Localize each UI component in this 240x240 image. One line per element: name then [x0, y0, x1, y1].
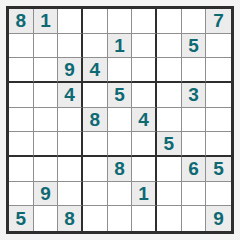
cell-r2c6[interactable] — [132, 34, 157, 59]
cell-r7c3[interactable] — [58, 157, 83, 182]
cell-r1c8[interactable] — [182, 9, 207, 34]
cell-r2c3[interactable] — [58, 34, 83, 59]
cell-r1c6[interactable] — [132, 9, 157, 34]
cell-r1c5[interactable] — [108, 9, 133, 34]
cell-r9c3[interactable]: 8 — [58, 206, 83, 231]
cell-r1c1[interactable]: 8 — [9, 9, 34, 34]
cell-r8c2[interactable]: 9 — [34, 182, 59, 207]
cell-r3c1[interactable] — [9, 58, 34, 83]
cell-r2c2[interactable] — [34, 34, 59, 59]
cell-r6c7[interactable]: 5 — [157, 132, 182, 157]
cell-r6c5[interactable] — [108, 132, 133, 157]
cell-r4c6[interactable] — [132, 83, 157, 108]
cell-r8c4[interactable] — [83, 182, 108, 207]
cell-r5c5[interactable] — [108, 108, 133, 133]
cell-r3c4[interactable]: 4 — [83, 58, 108, 83]
cell-r4c5[interactable]: 5 — [108, 83, 133, 108]
cell-r2c7[interactable] — [157, 34, 182, 59]
cell-r2c8[interactable]: 5 — [182, 34, 207, 59]
cell-r7c6[interactable] — [132, 157, 157, 182]
cell-r4c9[interactable] — [206, 83, 231, 108]
cell-r1c2[interactable]: 1 — [34, 9, 59, 34]
cell-r9c2[interactable] — [34, 206, 59, 231]
cell-r4c8[interactable]: 3 — [182, 83, 207, 108]
cell-r3c6[interactable] — [132, 58, 157, 83]
cell-r9c6[interactable] — [132, 206, 157, 231]
cell-r8c3[interactable] — [58, 182, 83, 207]
cell-r8c9[interactable] — [206, 182, 231, 207]
cell-r4c2[interactable] — [34, 83, 59, 108]
sudoku-board: 817159445384586591589 — [6, 6, 234, 234]
cell-r1c3[interactable] — [58, 9, 83, 34]
cell-r6c2[interactable] — [34, 132, 59, 157]
cell-r6c4[interactable] — [83, 132, 108, 157]
cell-r7c5[interactable]: 8 — [108, 157, 133, 182]
cell-r8c1[interactable] — [9, 182, 34, 207]
cell-r3c2[interactable] — [34, 58, 59, 83]
cell-r3c9[interactable] — [206, 58, 231, 83]
cell-r4c7[interactable] — [157, 83, 182, 108]
cell-r2c9[interactable] — [206, 34, 231, 59]
cell-r9c5[interactable] — [108, 206, 133, 231]
cell-r5c3[interactable] — [58, 108, 83, 133]
cell-r7c1[interactable] — [9, 157, 34, 182]
cell-r5c7[interactable] — [157, 108, 182, 133]
cell-r9c8[interactable] — [182, 206, 207, 231]
cell-r3c3[interactable]: 9 — [58, 58, 83, 83]
cell-r7c7[interactable] — [157, 157, 182, 182]
cell-r4c1[interactable] — [9, 83, 34, 108]
cell-r6c1[interactable] — [9, 132, 34, 157]
cell-r2c4[interactable] — [83, 34, 108, 59]
cell-r3c8[interactable] — [182, 58, 207, 83]
sudoku-page: 817159445384586591589 — [0, 0, 240, 240]
cell-r9c9[interactable]: 9 — [206, 206, 231, 231]
cell-r1c9[interactable]: 7 — [206, 9, 231, 34]
cell-r4c3[interactable]: 4 — [58, 83, 83, 108]
cell-r9c4[interactable] — [83, 206, 108, 231]
cell-r5c1[interactable] — [9, 108, 34, 133]
cell-r3c5[interactable] — [108, 58, 133, 83]
cell-r6c6[interactable] — [132, 132, 157, 157]
cell-r8c8[interactable] — [182, 182, 207, 207]
cell-r6c8[interactable] — [182, 132, 207, 157]
cell-r4c4[interactable] — [83, 83, 108, 108]
cell-r8c5[interactable] — [108, 182, 133, 207]
cell-r8c6[interactable]: 1 — [132, 182, 157, 207]
cell-r7c2[interactable] — [34, 157, 59, 182]
cell-r3c7[interactable] — [157, 58, 182, 83]
cell-r7c8[interactable]: 6 — [182, 157, 207, 182]
cell-r1c7[interactable] — [157, 9, 182, 34]
cell-r2c5[interactable]: 1 — [108, 34, 133, 59]
cell-r2c1[interactable] — [9, 34, 34, 59]
cell-r6c9[interactable] — [206, 132, 231, 157]
cell-r5c8[interactable] — [182, 108, 207, 133]
cell-r5c9[interactable] — [206, 108, 231, 133]
cell-r5c6[interactable]: 4 — [132, 108, 157, 133]
cell-r7c9[interactable]: 5 — [206, 157, 231, 182]
cell-r1c4[interactable] — [83, 9, 108, 34]
cell-r6c3[interactable] — [58, 132, 83, 157]
cell-r8c7[interactable] — [157, 182, 182, 207]
cell-r5c4[interactable]: 8 — [83, 108, 108, 133]
cell-r7c4[interactable] — [83, 157, 108, 182]
cell-r9c1[interactable]: 5 — [9, 206, 34, 231]
cell-r9c7[interactable] — [157, 206, 182, 231]
cell-r5c2[interactable] — [34, 108, 59, 133]
